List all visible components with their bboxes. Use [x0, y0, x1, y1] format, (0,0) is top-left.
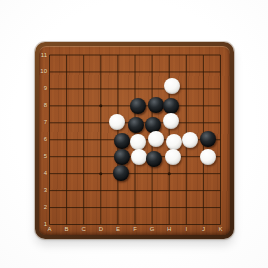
intersection[interactable]	[212, 114, 229, 131]
intersection[interactable]	[58, 114, 75, 131]
intersection[interactable]	[41, 63, 58, 80]
photo-background: 1110987654321ABCDEFGHIJK	[0, 0, 268, 268]
intersection[interactable]	[58, 148, 75, 165]
intersection[interactable]	[178, 114, 195, 131]
intersection[interactable]	[161, 80, 178, 97]
intersection[interactable]	[144, 165, 161, 182]
intersection[interactable]	[41, 97, 58, 114]
stone-grid	[41, 47, 229, 233]
intersection[interactable]	[195, 199, 212, 216]
intersection[interactable]	[109, 165, 126, 182]
intersection[interactable]	[109, 182, 126, 199]
intersection[interactable]	[126, 216, 143, 233]
intersection[interactable]	[144, 148, 161, 165]
board-surface: 1110987654321ABCDEFGHIJK	[39, 46, 230, 235]
intersection[interactable]	[75, 165, 92, 182]
intersection[interactable]	[178, 131, 195, 148]
intersection[interactable]	[195, 97, 212, 114]
intersection[interactable]	[161, 148, 178, 165]
intersection[interactable]	[144, 216, 161, 233]
intersection[interactable]	[58, 216, 75, 233]
intersection[interactable]	[178, 80, 195, 97]
intersection[interactable]	[109, 47, 126, 64]
intersection[interactable]	[195, 182, 212, 199]
intersection[interactable]	[178, 165, 195, 182]
intersection[interactable]	[109, 80, 126, 97]
intersection[interactable]	[212, 148, 229, 165]
intersection[interactable]	[144, 182, 161, 199]
intersection[interactable]	[75, 47, 92, 64]
intersection[interactable]	[144, 199, 161, 216]
intersection[interactable]	[41, 182, 58, 199]
intersection[interactable]	[75, 182, 92, 199]
intersection[interactable]	[195, 47, 212, 64]
intersection[interactable]	[126, 131, 143, 148]
intersection[interactable]	[161, 131, 178, 148]
intersection[interactable]	[212, 97, 229, 114]
intersection[interactable]	[144, 47, 161, 64]
intersection[interactable]	[41, 148, 58, 165]
intersection[interactable]	[92, 63, 109, 80]
intersection[interactable]	[92, 148, 109, 165]
intersection[interactable]	[75, 63, 92, 80]
intersection[interactable]	[41, 199, 58, 216]
intersection[interactable]	[92, 182, 109, 199]
intersection[interactable]	[161, 182, 178, 199]
intersection[interactable]	[109, 114, 126, 131]
intersection[interactable]	[178, 63, 195, 80]
intersection[interactable]	[58, 131, 75, 148]
intersection[interactable]	[109, 97, 126, 114]
intersection[interactable]	[109, 216, 126, 233]
intersection[interactable]	[144, 131, 161, 148]
intersection[interactable]	[195, 63, 212, 80]
intersection[interactable]	[144, 63, 161, 80]
intersection[interactable]	[41, 165, 58, 182]
intersection[interactable]	[75, 216, 92, 233]
intersection[interactable]	[161, 114, 178, 131]
intersection[interactable]	[92, 47, 109, 64]
intersection[interactable]	[144, 114, 161, 131]
intersection[interactable]	[144, 80, 161, 97]
intersection[interactable]	[92, 131, 109, 148]
intersection[interactable]	[92, 199, 109, 216]
intersection[interactable]	[58, 80, 75, 97]
intersection[interactable]	[212, 63, 229, 80]
intersection[interactable]	[126, 182, 143, 199]
intersection[interactable]	[75, 80, 92, 97]
intersection[interactable]	[58, 182, 75, 199]
intersection[interactable]	[126, 97, 143, 114]
intersection[interactable]	[75, 131, 92, 148]
intersection[interactable]	[41, 216, 58, 233]
intersection[interactable]	[75, 199, 92, 216]
intersection[interactable]	[75, 148, 92, 165]
intersection[interactable]	[212, 216, 229, 233]
intersection[interactable]	[109, 131, 126, 148]
intersection[interactable]	[41, 114, 58, 131]
intersection[interactable]	[161, 97, 178, 114]
intersection[interactable]	[195, 148, 212, 165]
intersection[interactable]	[195, 131, 212, 148]
intersection[interactable]	[58, 97, 75, 114]
intersection[interactable]	[41, 47, 58, 64]
intersection[interactable]	[126, 80, 143, 97]
stone-white[interactable]	[109, 114, 125, 130]
intersection[interactable]	[58, 199, 75, 216]
intersection[interactable]	[195, 216, 212, 233]
intersection[interactable]	[178, 182, 195, 199]
intersection[interactable]	[58, 47, 75, 64]
intersection[interactable]	[109, 63, 126, 80]
intersection[interactable]	[126, 199, 143, 216]
intersection[interactable]	[178, 216, 195, 233]
intersection[interactable]	[75, 97, 92, 114]
intersection[interactable]	[195, 80, 212, 97]
intersection[interactable]	[212, 182, 229, 199]
intersection[interactable]	[75, 114, 92, 131]
go-board: 1110987654321ABCDEFGHIJK	[35, 42, 234, 239]
intersection[interactable]	[212, 165, 229, 182]
intersection[interactable]	[161, 165, 178, 182]
intersection[interactable]	[92, 80, 109, 97]
intersection[interactable]	[212, 80, 229, 97]
intersection[interactable]	[126, 148, 143, 165]
intersection[interactable]	[92, 216, 109, 233]
intersection[interactable]	[144, 97, 161, 114]
intersection[interactable]	[92, 165, 109, 182]
intersection[interactable]	[212, 47, 229, 64]
intersection[interactable]	[178, 97, 195, 114]
intersection[interactable]	[109, 148, 126, 165]
intersection[interactable]	[161, 216, 178, 233]
intersection[interactable]	[178, 199, 195, 216]
intersection[interactable]	[178, 148, 195, 165]
intersection[interactable]	[195, 114, 212, 131]
intersection[interactable]	[41, 131, 58, 148]
intersection[interactable]	[126, 165, 143, 182]
intersection[interactable]	[41, 80, 58, 97]
intersection[interactable]	[178, 47, 195, 64]
intersection[interactable]	[161, 199, 178, 216]
intersection[interactable]	[126, 63, 143, 80]
intersection[interactable]	[58, 63, 75, 80]
intersection[interactable]	[212, 131, 229, 148]
intersection[interactable]	[109, 199, 126, 216]
intersection[interactable]	[195, 165, 212, 182]
intersection[interactable]	[58, 165, 75, 182]
intersection[interactable]	[92, 114, 109, 131]
intersection[interactable]	[126, 114, 143, 131]
intersection[interactable]	[92, 97, 109, 114]
intersection[interactable]	[212, 199, 229, 216]
intersection[interactable]	[126, 47, 143, 64]
intersection[interactable]	[161, 47, 178, 64]
